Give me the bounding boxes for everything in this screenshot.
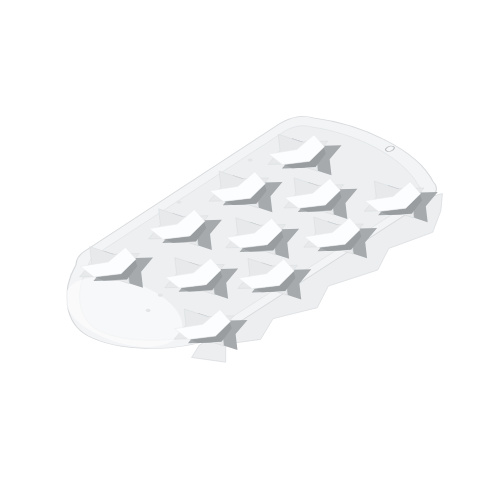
ice-cube-tray-photo	[0, 0, 500, 500]
product-photo-stage	[0, 0, 500, 500]
